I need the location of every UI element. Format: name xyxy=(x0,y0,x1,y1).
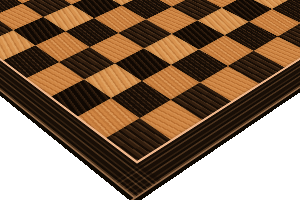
photo-background xyxy=(0,0,300,200)
playing-field xyxy=(0,0,300,164)
board-frame xyxy=(0,0,300,197)
chessboard xyxy=(0,0,300,197)
